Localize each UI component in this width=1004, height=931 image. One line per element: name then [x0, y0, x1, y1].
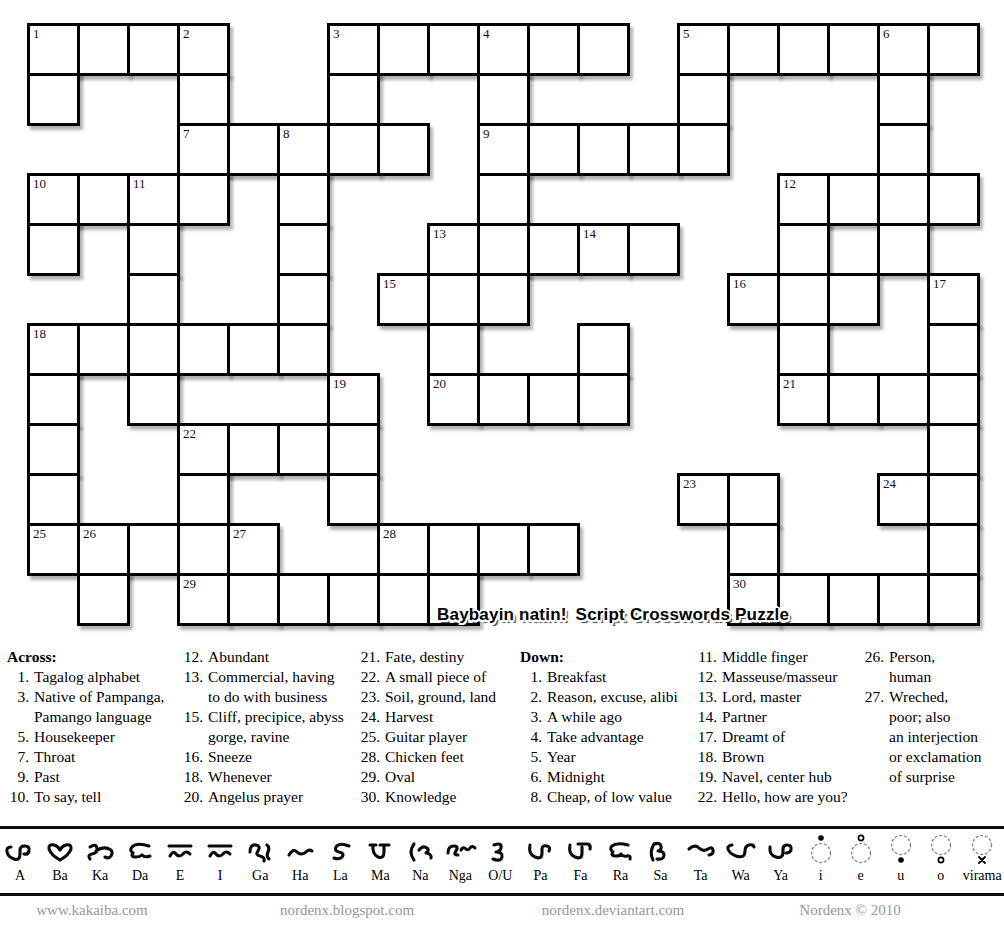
clue-text: Reason, excuse, alibi — [547, 688, 678, 705]
cell-number: 1 — [30, 26, 77, 41]
grid-cell-r10c2[interactable] — [127, 523, 180, 576]
clue-number: 13. — [695, 687, 717, 707]
grid-cell-r0c8[interactable] — [427, 23, 480, 76]
puzzle-title: Baybayin natin!Script Crosswords Puzzle — [437, 605, 789, 625]
grid-cell-r7c2[interactable] — [127, 373, 180, 426]
clue-line: 11.Middle finger — [695, 647, 848, 667]
baybayin-letter-label: Ya — [773, 868, 788, 884]
grid-cell-r10c1[interactable]: 26 — [77, 523, 130, 576]
grid-cell-r5c18[interactable]: 17 — [927, 273, 980, 326]
grid-cell-r0c14[interactable] — [727, 23, 780, 76]
grid-cell-r5c16[interactable] — [827, 273, 880, 326]
baybayin-glyph-icon-da — [122, 839, 158, 867]
clue-line: 21.Fate, destiny — [358, 647, 496, 667]
cell-number: 9 — [480, 126, 527, 141]
grid-cell-r10c9[interactable] — [477, 523, 530, 576]
grid-cell-r2c17[interactable] — [877, 123, 930, 176]
grid-cell-r11c4[interactable] — [227, 573, 280, 626]
baybayin-letter-label: E — [176, 868, 185, 884]
cell-number: 18 — [30, 326, 77, 341]
grid-cell-r0c6[interactable]: 3 — [327, 23, 380, 76]
clue-line: 30.Knowledge — [358, 787, 496, 807]
clue-number: 6. — [520, 767, 542, 787]
cell-number: 22 — [180, 426, 227, 441]
grid-cell-r11c17[interactable] — [877, 573, 930, 626]
clue-line: 9.Past — [7, 767, 164, 787]
baybayin-glyph-icon-ma — [362, 839, 398, 867]
clue-number: 19. — [695, 767, 717, 787]
grid-cell-r0c15[interactable] — [777, 23, 830, 76]
baybayin-letter-virama: virama — [963, 833, 1002, 884]
grid-cell-r9c0[interactable] — [27, 473, 80, 526]
baybayin-letter-i: I — [202, 839, 238, 884]
clue-line: 6.Midnight — [520, 767, 678, 787]
grid-cell-r7c6[interactable]: 19 — [327, 373, 380, 426]
clue-line: gorge, ravine — [181, 727, 344, 747]
grid-cell-r11c7[interactable] — [377, 573, 430, 626]
footer-url-kakaiba: www.kakaiba.com — [36, 902, 148, 919]
grid-cell-r7c18[interactable] — [927, 373, 980, 426]
grid-cell-r5c2[interactable] — [127, 273, 180, 326]
baybayin-letter-label: Da — [132, 868, 148, 884]
baybayin-letter-ga: Ga — [242, 839, 278, 884]
grid-cell-r7c15[interactable]: 21 — [777, 373, 830, 426]
grid-cell-r3c0[interactable]: 10 — [27, 173, 80, 226]
baybayin-glyph-icon-dia-x-below — [964, 833, 1000, 867]
clue-text: Masseuse/masseur — [722, 668, 837, 685]
clue-line: 13.Commercial, having — [181, 667, 344, 687]
grid-cell-r4c5[interactable] — [277, 223, 330, 276]
grid-cell-r2c4[interactable] — [227, 123, 280, 176]
baybayin-glyph-icon-pa — [522, 839, 558, 867]
baybayin-alphabet-chart: ABaKaDaEIGaHaLaMaNaNgaO/UPaFaRaSaTaWaYai… — [0, 833, 1004, 884]
clue-text: Abundant — [208, 648, 269, 665]
grid-cell-r0c16[interactable] — [827, 23, 880, 76]
clue-text: Past — [34, 768, 60, 785]
clue-column-3: 21.Fate, destiny22.A small piece of23.So… — [358, 647, 496, 807]
clue-number: 12. — [695, 667, 717, 687]
clue-number: 27. — [862, 687, 884, 707]
grid-cell-r6c18[interactable] — [927, 323, 980, 376]
grid-cell-r4c12[interactable] — [627, 223, 680, 276]
baybayin-letter-label: Ta — [694, 868, 708, 884]
clue-number: 17. — [695, 727, 717, 747]
baybayin-letter-label: Na — [412, 868, 428, 884]
clue-text: Navel, center hub — [722, 768, 832, 785]
grid-cell-r7c0[interactable] — [27, 373, 80, 426]
clue-text: Throat — [34, 748, 75, 765]
clue-text: Cheap, of low value — [547, 788, 672, 805]
clue-number: 1. — [520, 667, 542, 687]
clue-line: 20.Angelus prayer — [181, 787, 344, 807]
grid-cell-r0c10[interactable] — [527, 23, 580, 76]
grid-cell-r4c15[interactable] — [777, 223, 830, 276]
grid-cell-r0c1[interactable] — [77, 23, 130, 76]
baybayin-letter-label: Sa — [654, 868, 668, 884]
baybayin-glyph-icon-ra — [602, 839, 638, 867]
baybayin-letter-label: Ma — [371, 868, 390, 884]
grid-cell-r10c14[interactable] — [727, 523, 780, 576]
baybayin-letter-fa: Fa — [562, 839, 598, 884]
grid-cell-r0c11[interactable] — [577, 23, 630, 76]
clue-line: human — [862, 667, 982, 687]
grid-cell-r5c7[interactable]: 15 — [377, 273, 430, 326]
baybayin-letter-wa: Wa — [723, 839, 759, 884]
clue-number: 10. — [7, 787, 29, 807]
clue-line: 17.Dreamt of — [695, 727, 848, 747]
cell-number: 30 — [730, 576, 777, 591]
grid-cell-r6c3[interactable] — [177, 323, 230, 376]
grid-cell-r7c9[interactable] — [477, 373, 530, 426]
grid-cell-r2c3[interactable]: 7 — [177, 123, 230, 176]
grid-cell-r2c6[interactable] — [327, 123, 380, 176]
clue-text: To say, tell — [34, 788, 101, 805]
grid-cell-r10c10[interactable] — [527, 523, 580, 576]
baybayin-letter-label: Ba — [52, 868, 68, 884]
grid-cell-r0c0[interactable]: 1 — [27, 23, 80, 76]
grid-cell-r7c11[interactable] — [577, 373, 630, 426]
clue-text: Take advantage — [547, 728, 644, 745]
grid-cell-r3c2[interactable]: 11 — [127, 173, 180, 226]
clue-number: 29. — [358, 767, 380, 787]
clue-text: A while ago — [547, 708, 622, 725]
cell-number: 13 — [430, 226, 477, 241]
grid-cell-r1c13[interactable] — [677, 73, 730, 126]
grid-cell-r0c9[interactable]: 4 — [477, 23, 530, 76]
cell-number: 17 — [930, 276, 977, 291]
baybayin-letter-na: Na — [402, 839, 438, 884]
grid-cell-r5c14[interactable]: 16 — [727, 273, 780, 326]
clue-number: 14. — [695, 707, 717, 727]
clue-number: 20. — [181, 787, 203, 807]
clue-number: 5. — [520, 747, 542, 767]
grid-cell-r10c7[interactable]: 28 — [377, 523, 430, 576]
clue-line: 18.Whenever — [181, 767, 344, 787]
grid-cell-r1c6[interactable] — [327, 73, 380, 126]
divider-line-bottom — [0, 893, 1004, 896]
grid-cell-r11c6[interactable] — [327, 573, 380, 626]
clue-text: Tagalog alphabet — [34, 668, 140, 685]
footer-url-blogspot: nordenx.blogspot.com — [280, 902, 414, 919]
clue-number: 21. — [358, 647, 380, 667]
clue-text: Partner — [722, 708, 767, 725]
baybayin-letter-ta: Ta — [683, 839, 719, 884]
baybayin-glyph-icon-ga — [242, 839, 278, 867]
baybayin-letter-ya: Ya — [763, 839, 799, 884]
clue-line: to do with business — [181, 687, 344, 707]
baybayin-letter-o: o — [923, 833, 959, 884]
grid-cell-r3c3[interactable] — [177, 173, 230, 226]
grid-cell-r1c3[interactable] — [177, 73, 230, 126]
clue-number: 8. — [520, 787, 542, 807]
grid-cell-r11c1[interactable] — [77, 573, 130, 626]
grid-cell-r6c1[interactable] — [77, 323, 130, 376]
grid-cell-r10c8[interactable] — [427, 523, 480, 576]
grid-cell-r9c17[interactable]: 24 — [877, 473, 930, 526]
clue-line: 24.Harvest — [358, 707, 496, 727]
grid-cell-r0c2[interactable] — [127, 23, 180, 76]
footer-url-deviantart: nordenx.deviantart.com — [542, 902, 684, 919]
clue-line: 14.Partner — [695, 707, 848, 727]
grid-cell-r3c17[interactable] — [877, 173, 930, 226]
baybayin-letter-label: Ga — [252, 868, 268, 884]
baybayin-letter-nga: Nga — [442, 839, 478, 884]
clue-text: Breakfast — [547, 668, 606, 685]
grid-cell-r8c0[interactable] — [27, 423, 80, 476]
grid-cell-r2c10[interactable] — [527, 123, 580, 176]
cell-number: 20 — [430, 376, 477, 391]
clue-text: Housekeeper — [34, 728, 115, 745]
baybayin-letter-label: La — [333, 868, 348, 884]
cell-number: 4 — [480, 26, 527, 41]
cell-number: 12 — [780, 176, 827, 191]
clue-text: Native of Pampanga, — [34, 688, 164, 705]
cell-number: 11 — [130, 176, 177, 191]
footer-copyright: Nordenx © 2010 — [799, 902, 900, 919]
baybayin-letter-a: A — [2, 839, 38, 884]
cell-number: 21 — [780, 376, 827, 391]
baybayin-glyph-icon-dia-ring-below — [923, 833, 959, 867]
clue-line: 4.Take advantage — [520, 727, 678, 747]
clue-number: 30. — [358, 787, 380, 807]
clue-text: Soil, ground, land — [385, 688, 496, 705]
grid-cell-r0c7[interactable] — [377, 23, 430, 76]
baybayin-letter-pa: Pa — [522, 839, 558, 884]
grid-cell-r8c6[interactable] — [327, 423, 380, 476]
baybayin-glyph-icon-dia-dot-above — [803, 833, 839, 867]
cell-number: 14 — [580, 226, 627, 241]
baybayin-glyph-icon-ba — [42, 839, 78, 867]
clue-line: an interjection — [862, 727, 982, 747]
grid-cell-r3c15[interactable]: 12 — [777, 173, 830, 226]
cell-number: 19 — [330, 376, 377, 391]
grid-cell-r0c17[interactable]: 6 — [877, 23, 930, 76]
clue-line: of surprise — [862, 767, 982, 787]
cell-number: 29 — [180, 576, 227, 591]
grid-cell-r4c0[interactable] — [27, 223, 80, 276]
grid-cell-r5c8[interactable] — [427, 273, 480, 326]
grid-cell-r6c8[interactable] — [427, 323, 480, 376]
clue-number: 18. — [181, 767, 203, 787]
clue-number: 13. — [181, 667, 203, 687]
cell-number: 15 — [380, 276, 427, 291]
baybayin-glyph-icon-dia-ring-above — [843, 833, 879, 867]
grid-cell-r1c0[interactable] — [27, 73, 80, 126]
grid-cell-r6c4[interactable] — [227, 323, 280, 376]
baybayin-glyph-icon-wa — [723, 839, 759, 867]
clue-line: 22.Hello, how are you? — [695, 787, 848, 807]
baybayin-glyph-icon-nga — [442, 839, 478, 867]
clue-line: 23.Soil, ground, land — [358, 687, 496, 707]
baybayin-letter-label: e — [858, 868, 864, 884]
clue-text: Midnight — [547, 768, 605, 785]
grid-cell-r4c11[interactable]: 14 — [577, 223, 630, 276]
grid-cell-r8c18[interactable] — [927, 423, 980, 476]
grid-cell-r3c16[interactable] — [827, 173, 880, 226]
baybayin-letter-label: i — [819, 868, 823, 884]
baybayin-letter-label: o — [937, 868, 944, 884]
grid-cell-r2c13[interactable] — [677, 123, 730, 176]
clue-column-5: 11.Middle finger12.Masseuse/masseur13.Lo… — [695, 647, 848, 807]
cell-number: 28 — [380, 526, 427, 541]
grid-cell-r3c18[interactable] — [927, 173, 980, 226]
grid-cell-r6c11[interactable] — [577, 323, 630, 376]
grid-cell-r5c9[interactable] — [477, 273, 530, 326]
grid-cell-r3c5[interactable] — [277, 173, 330, 226]
baybayin-letter-i: i — [803, 833, 839, 884]
baybayin-letter-label: O/U — [488, 868, 512, 884]
baybayin-letter-ou: O/U — [482, 839, 518, 884]
grid-cell-r5c5[interactable] — [277, 273, 330, 326]
grid-cell-r3c9[interactable] — [477, 173, 530, 226]
grid-cell-r10c18[interactable] — [927, 523, 980, 576]
clue-number: 9. — [7, 767, 29, 787]
clue-line: 18.Brown — [695, 747, 848, 767]
clue-text: Brown — [722, 748, 764, 765]
baybayin-glyph-icon-ka — [82, 839, 118, 867]
grid-cell-r10c3[interactable] — [177, 523, 230, 576]
clue-number: 1. — [7, 667, 29, 687]
puzzle-title-part1: Baybayin natin! — [437, 605, 567, 624]
grid-cell-r0c18[interactable] — [927, 23, 980, 76]
clue-text: Middle finger — [722, 648, 808, 665]
grid-cell-r7c17[interactable] — [877, 373, 930, 426]
grid-cell-r4c17[interactable] — [877, 223, 930, 276]
grid-cell-r1c17[interactable] — [877, 73, 930, 126]
grid-cell-r4c10[interactable] — [527, 223, 580, 276]
grid-cell-r6c15[interactable] — [777, 323, 830, 376]
baybayin-glyph-icon-sa — [643, 839, 679, 867]
baybayin-letter-da: Da — [122, 839, 158, 884]
crossword-grid: 1234567891011121314151617181920212223242… — [27, 23, 980, 626]
grid-cell-r7c8[interactable]: 20 — [427, 373, 480, 426]
clue-text: Angelus prayer — [208, 788, 303, 805]
baybayin-letter-label: Ra — [613, 868, 629, 884]
clue-text: Knowledge — [385, 788, 456, 805]
clue-line: 2.Reason, excuse, alibi — [520, 687, 678, 707]
baybayin-letter-la: La — [322, 839, 358, 884]
clue-text: Wreched, — [889, 688, 948, 705]
baybayin-letter-ha: Ha — [282, 839, 318, 884]
grid-cell-r10c4[interactable]: 27 — [227, 523, 280, 576]
grid-cell-r3c1[interactable] — [77, 173, 130, 226]
grid-cell-r9c14[interactable] — [727, 473, 780, 526]
clue-number: 11. — [695, 647, 717, 667]
baybayin-letter-ba: Ba — [42, 839, 78, 884]
grid-cell-r5c15[interactable] — [777, 273, 830, 326]
grid-cell-r6c0[interactable]: 18 — [27, 323, 80, 376]
clue-text: Person, — [889, 648, 935, 665]
grid-cell-r2c5[interactable]: 8 — [277, 123, 330, 176]
clue-column-4: Down:1.Breakfast2.Reason, excuse, alibi3… — [520, 647, 678, 807]
clue-text: Harvest — [385, 708, 433, 725]
grid-cell-r9c6[interactable] — [327, 473, 380, 526]
clue-text: Hello, how are you? — [722, 788, 848, 805]
grid-cell-r0c3[interactable]: 2 — [177, 23, 230, 76]
puzzle-title-part2: Script Crosswords Puzzle — [576, 605, 790, 624]
clue-number: 25. — [358, 727, 380, 747]
grid-cell-r11c3[interactable]: 29 — [177, 573, 230, 626]
clue-text: Oval — [385, 768, 415, 785]
grid-cell-r10c0[interactable]: 25 — [27, 523, 80, 576]
cell-number: 8 — [280, 126, 327, 141]
grid-cell-r11c18[interactable] — [927, 573, 980, 626]
grid-cell-r4c2[interactable] — [127, 223, 180, 276]
baybayin-letter-label: Pa — [533, 868, 547, 884]
clue-column-1: Across:1.Tagalog alphabet3.Native of Pam… — [7, 647, 164, 807]
grid-cell-r2c11[interactable] — [577, 123, 630, 176]
grid-cell-r11c16[interactable] — [827, 573, 880, 626]
grid-cell-r0c13[interactable]: 5 — [677, 23, 730, 76]
clue-line: 27.Wreched, — [862, 687, 982, 707]
clue-number: 5. — [7, 727, 29, 747]
grid-cell-r6c2[interactable] — [127, 323, 180, 376]
clue-text: Year — [547, 748, 576, 765]
cell-number: 3 — [330, 26, 377, 41]
grid-cell-r7c10[interactable] — [527, 373, 580, 426]
grid-cell-r9c18[interactable] — [927, 473, 980, 526]
baybayin-glyph-icon-e — [162, 839, 198, 867]
cell-number: 6 — [880, 26, 927, 41]
grid-cell-r4c9[interactable] — [477, 223, 530, 276]
clue-text: Lord, master — [722, 688, 801, 705]
clue-line: 5.Year — [520, 747, 678, 767]
baybayin-letter-ka: Ka — [82, 839, 118, 884]
grid-cell-r9c13[interactable]: 23 — [677, 473, 730, 526]
clue-line: 19.Navel, center hub — [695, 767, 848, 787]
cell-number: 25 — [30, 526, 77, 541]
grid-cell-r9c3[interactable] — [177, 473, 230, 526]
clue-line: poor; also — [862, 707, 982, 727]
grid-cell-r4c8[interactable]: 13 — [427, 223, 480, 276]
cell-number: 5 — [680, 26, 727, 41]
clue-line: 16.Sneeze — [181, 747, 344, 767]
clue-text: Fate, destiny — [385, 648, 464, 665]
clue-line: 3.A while ago — [520, 707, 678, 727]
clue-line: 12.Masseuse/masseur — [695, 667, 848, 687]
baybayin-glyph-icon-la — [322, 839, 358, 867]
baybayin-letter-e: e — [843, 833, 879, 884]
clue-number: 3. — [520, 707, 542, 727]
clue-number: 22. — [358, 667, 380, 687]
baybayin-letter-label: A — [15, 868, 25, 884]
clue-line: or exclamation — [862, 747, 982, 767]
cell-number: 7 — [180, 126, 227, 141]
baybayin-glyph-icon-a — [2, 839, 38, 867]
clue-number: 15. — [181, 707, 203, 727]
grid-cell-r6c5[interactable] — [277, 323, 330, 376]
clue-number: 12. — [181, 647, 203, 667]
grid-cell-r2c9[interactable]: 9 — [477, 123, 530, 176]
crossword-puzzle-page: { "game": "crossword", "variant": "Bayba… — [0, 0, 1004, 931]
clue-number: 18. — [695, 747, 717, 767]
grid-cell-r8c3[interactable]: 22 — [177, 423, 230, 476]
grid-cell-r8c4[interactable] — [227, 423, 280, 476]
clue-line: 25.Guitar player — [358, 727, 496, 747]
grid-cell-r8c5[interactable] — [277, 423, 330, 476]
baybayin-letter-label: Nga — [449, 868, 472, 884]
grid-cell-r7c16[interactable] — [827, 373, 880, 426]
baybayin-letter-label: Fa — [573, 868, 587, 884]
clue-number: 28. — [358, 747, 380, 767]
grid-cell-r2c7[interactable] — [377, 123, 430, 176]
baybayin-glyph-icon-ha — [282, 839, 318, 867]
clue-text: A small piece of — [385, 668, 486, 685]
grid-cell-r11c5[interactable] — [277, 573, 330, 626]
clue-line: 12.Abundant — [181, 647, 344, 667]
grid-cell-r2c12[interactable] — [627, 123, 680, 176]
grid-cell-r1c9[interactable] — [477, 73, 530, 126]
